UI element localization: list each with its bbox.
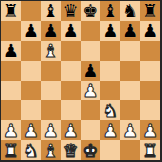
square-d7[interactable]: ♟ [61, 21, 81, 41]
square-g7[interactable]: ♟ [120, 21, 140, 41]
square-b3[interactable] [21, 100, 41, 120]
square-f2[interactable]: ♟ [100, 120, 120, 140]
piece-white-knight[interactable]: ♞ [23, 140, 39, 159]
square-c4[interactable] [41, 81, 61, 101]
piece-black-pawn[interactable]: ♟ [43, 21, 59, 40]
square-e1[interactable]: ♚ [81, 140, 101, 160]
square-e2[interactable] [81, 120, 101, 140]
square-h5[interactable] [140, 61, 160, 81]
square-e7[interactable] [81, 21, 101, 41]
piece-black-pawn[interactable]: ♟ [122, 21, 138, 40]
square-g4[interactable] [120, 81, 140, 101]
piece-white-rook[interactable]: ♜ [3, 140, 19, 159]
piece-white-pawn[interactable]: ♟ [82, 81, 98, 100]
piece-white-knight[interactable]: ♞ [102, 100, 118, 119]
square-e3[interactable] [81, 100, 101, 120]
square-b2[interactable]: ♟ [21, 120, 41, 140]
square-h7[interactable]: ♟ [140, 21, 160, 41]
piece-black-pawn[interactable]: ♟ [102, 21, 118, 40]
piece-white-pawn[interactable]: ♟ [62, 120, 78, 139]
piece-white-pawn[interactable]: ♟ [142, 120, 158, 139]
square-d2[interactable]: ♟ [61, 120, 81, 140]
square-h1[interactable]: ♜ [140, 140, 160, 160]
square-h3[interactable] [140, 100, 160, 120]
square-d3[interactable] [61, 100, 81, 120]
piece-black-king[interactable]: ♚ [82, 1, 98, 20]
square-c1[interactable]: ♝ [41, 140, 61, 160]
square-c6[interactable]: ♝ [41, 41, 61, 61]
square-f4[interactable] [100, 81, 120, 101]
square-b8[interactable] [21, 1, 41, 21]
piece-black-knight[interactable]: ♞ [122, 1, 138, 20]
square-g1[interactable] [120, 140, 140, 160]
square-d4[interactable] [61, 81, 81, 101]
square-a5[interactable] [1, 61, 21, 81]
square-d5[interactable] [61, 61, 81, 81]
square-h6[interactable] [140, 41, 160, 61]
piece-white-queen[interactable]: ♛ [62, 140, 78, 159]
square-f8[interactable]: ♝ [100, 1, 120, 21]
piece-black-pawn[interactable]: ♟ [82, 61, 98, 80]
piece-white-pawn[interactable]: ♟ [122, 120, 138, 139]
piece-white-pawn[interactable]: ♟ [43, 120, 59, 139]
square-a8[interactable]: ♜ [1, 1, 21, 21]
square-e6[interactable] [81, 41, 101, 61]
piece-black-bishop[interactable]: ♝ [43, 1, 59, 20]
piece-white-rook[interactable]: ♜ [142, 140, 158, 159]
square-c8[interactable]: ♝ [41, 1, 61, 21]
square-c5[interactable] [41, 61, 61, 81]
square-c3[interactable] [41, 100, 61, 120]
square-e4[interactable]: ♟ [81, 81, 101, 101]
piece-white-pawn[interactable]: ♟ [3, 120, 19, 139]
square-e8[interactable]: ♚ [81, 1, 101, 21]
square-b4[interactable] [21, 81, 41, 101]
square-a6[interactable]: ♟ [1, 41, 21, 61]
square-b1[interactable]: ♞ [21, 140, 41, 160]
square-f5[interactable] [100, 61, 120, 81]
piece-white-bishop[interactable]: ♝ [43, 41, 59, 60]
square-f3[interactable]: ♞ [100, 100, 120, 120]
square-h4[interactable] [140, 81, 160, 101]
piece-black-queen[interactable]: ♛ [62, 1, 78, 20]
piece-white-pawn[interactable]: ♟ [102, 120, 118, 139]
piece-white-king[interactable]: ♚ [82, 140, 98, 159]
square-e5[interactable]: ♟ [81, 61, 101, 81]
square-g6[interactable] [120, 41, 140, 61]
square-b6[interactable] [21, 41, 41, 61]
square-c7[interactable]: ♟ [41, 21, 61, 41]
piece-white-pawn[interactable]: ♟ [23, 120, 39, 139]
square-g8[interactable]: ♞ [120, 1, 140, 21]
square-c2[interactable]: ♟ [41, 120, 61, 140]
square-f1[interactable] [100, 140, 120, 160]
square-a2[interactable]: ♟ [1, 120, 21, 140]
square-f7[interactable]: ♟ [100, 21, 120, 41]
piece-black-pawn[interactable]: ♟ [23, 21, 39, 40]
square-b5[interactable] [21, 61, 41, 81]
square-a1[interactable]: ♜ [1, 140, 21, 160]
square-g2[interactable]: ♟ [120, 120, 140, 140]
piece-white-bishop[interactable]: ♝ [43, 140, 59, 159]
piece-black-rook[interactable]: ♜ [142, 1, 158, 20]
piece-black-pawn[interactable]: ♟ [62, 21, 78, 40]
square-g3[interactable] [120, 100, 140, 120]
square-f6[interactable] [100, 41, 120, 61]
square-a7[interactable] [1, 21, 21, 41]
square-b7[interactable]: ♟ [21, 21, 41, 41]
square-g5[interactable] [120, 61, 140, 81]
square-d6[interactable] [61, 41, 81, 61]
square-h2[interactable]: ♟ [140, 120, 160, 140]
chess-board: ♜♝♛♚♝♞♜♟♟♟♟♟♟♟♝♟♟♞♟♟♟♟♟♟♟♜♞♝♛♚♜ [0, 0, 162, 162]
piece-black-pawn[interactable]: ♟ [3, 41, 19, 60]
square-d8[interactable]: ♛ [61, 1, 81, 21]
square-a4[interactable] [1, 81, 21, 101]
chess-board-container: ♜♝♛♚♝♞♜♟♟♟♟♟♟♟♝♟♟♞♟♟♟♟♟♟♟♜♞♝♛♚♜ [0, 0, 162, 162]
square-h8[interactable]: ♜ [140, 1, 160, 21]
square-d1[interactable]: ♛ [61, 140, 81, 160]
piece-black-bishop[interactable]: ♝ [102, 1, 118, 20]
piece-black-pawn[interactable]: ♟ [142, 21, 158, 40]
piece-black-rook[interactable]: ♜ [3, 1, 19, 20]
square-a3[interactable] [1, 100, 21, 120]
